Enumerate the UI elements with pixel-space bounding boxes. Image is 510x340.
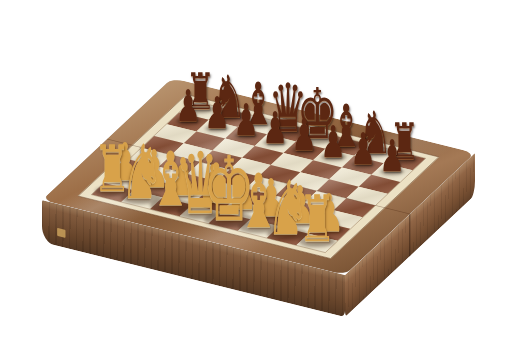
pieces-layer: ♜♞♟♝♟♛♟♚♟♝♟♞♟♜♟♟♟♟♜♟♞♟♝♟♛♟♚♟♝♟♞♜ [0,0,510,340]
black-pawn-h7[interactable]: ♟ [347,143,437,177]
scene: Product photo of a folding wooden magnet… [0,0,510,340]
white-rook-h1[interactable]: ♜ [272,200,362,249]
